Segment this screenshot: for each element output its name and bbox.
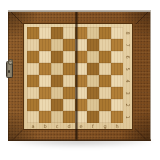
board-field: abcdefgh 87654321 (23, 23, 133, 130)
rank-label-7: 7 (122, 41, 134, 50)
square-a4[interactable] (27, 75, 39, 87)
square-g3[interactable] (99, 87, 111, 99)
box-lid-edge (8, 10, 151, 12)
square-f5[interactable] (87, 63, 99, 75)
square-a7[interactable] (27, 39, 39, 51)
rank-label-8: 8 (122, 29, 134, 38)
square-d5[interactable] (63, 63, 75, 75)
square-f3[interactable] (87, 87, 99, 99)
file-label-a: a (27, 123, 39, 129)
square-b8[interactable] (39, 27, 51, 39)
file-label-g: g (99, 123, 111, 129)
square-a2[interactable] (27, 99, 39, 111)
square-d2[interactable] (63, 99, 75, 111)
square-a6[interactable] (27, 51, 39, 63)
square-d4[interactable] (63, 75, 75, 87)
square-d7[interactable] (63, 39, 75, 51)
square-d1[interactable] (63, 111, 75, 123)
square-g7[interactable] (99, 39, 111, 51)
square-g8[interactable] (99, 27, 111, 39)
square-c2[interactable] (51, 99, 63, 111)
square-f2[interactable] (87, 99, 99, 111)
square-b1[interactable] (39, 111, 51, 123)
fold-seam (75, 10, 78, 141)
chess-box: abcdefgh 87654321 (8, 10, 151, 141)
square-b5[interactable] (39, 63, 51, 75)
box-side-edge (150, 11, 152, 141)
square-d8[interactable] (63, 27, 75, 39)
file-label-c: c (51, 123, 63, 129)
file-label-f: f (87, 123, 99, 129)
file-label-d: d (63, 123, 75, 129)
clasp-latch (6, 61, 13, 78)
square-c7[interactable] (51, 39, 63, 51)
file-label-b: b (39, 123, 51, 129)
square-f1[interactable] (87, 111, 99, 123)
square-a3[interactable] (27, 87, 39, 99)
square-d6[interactable] (63, 51, 75, 63)
square-f4[interactable] (87, 75, 99, 87)
rank-label-2: 2 (122, 101, 134, 110)
square-c1[interactable] (51, 111, 63, 123)
rank-labels: 87654321 (123, 27, 132, 123)
product-photo: abcdefgh 87654321 (0, 0, 160, 160)
square-d3[interactable] (63, 87, 75, 99)
box-base-edge (8, 139, 151, 142)
rank-label-4: 4 (122, 77, 134, 86)
square-f6[interactable] (87, 51, 99, 63)
square-g4[interactable] (99, 75, 111, 87)
square-c5[interactable] (51, 63, 63, 75)
square-f7[interactable] (87, 39, 99, 51)
rank-label-5: 5 (122, 65, 134, 74)
square-b6[interactable] (39, 51, 51, 63)
square-b2[interactable] (39, 99, 51, 111)
rank-label-6: 6 (122, 53, 134, 62)
square-a5[interactable] (27, 63, 39, 75)
file-label-h: h (111, 123, 123, 129)
square-g1[interactable] (99, 111, 111, 123)
square-c8[interactable] (51, 27, 63, 39)
square-f8[interactable] (87, 27, 99, 39)
square-b3[interactable] (39, 87, 51, 99)
square-b7[interactable] (39, 39, 51, 51)
square-a1[interactable] (27, 111, 39, 123)
square-g5[interactable] (99, 63, 111, 75)
square-g2[interactable] (99, 99, 111, 111)
rank-label-1: 1 (122, 113, 134, 122)
square-c6[interactable] (51, 51, 63, 63)
square-a8[interactable] (27, 27, 39, 39)
square-c4[interactable] (51, 75, 63, 87)
square-c3[interactable] (51, 87, 63, 99)
rank-label-3: 3 (122, 89, 134, 98)
square-g6[interactable] (99, 51, 111, 63)
square-b4[interactable] (39, 75, 51, 87)
